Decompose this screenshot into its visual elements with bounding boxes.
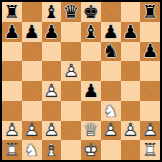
- black-pawn-glyph: ♟: [2, 22, 22, 42]
- white-pawn-outline: ♙: [2, 121, 22, 141]
- square-b4[interactable]: [22, 81, 42, 101]
- piece-black-bishop[interactable]: ♝: [42, 2, 62, 22]
- piece-white-knight[interactable]: ♞♘: [22, 140, 42, 160]
- piece-white-knight[interactable]: ♞♘: [101, 101, 121, 121]
- black-bishop-glyph: ♝: [42, 2, 62, 22]
- piece-black-rook[interactable]: ♜: [140, 2, 160, 22]
- square-b8[interactable]: [22, 2, 42, 22]
- square-h5[interactable]: [140, 61, 160, 81]
- square-e2[interactable]: ♛♕: [81, 121, 101, 141]
- square-h4[interactable]: [140, 81, 160, 101]
- square-e1[interactable]: ♚♔: [81, 140, 101, 160]
- piece-white-pawn[interactable]: ♟♙: [42, 121, 62, 141]
- black-pawn-glyph: ♟: [22, 22, 42, 42]
- square-b1[interactable]: ♞♘: [22, 140, 42, 160]
- square-d5[interactable]: ♟♙: [61, 61, 81, 81]
- square-e4[interactable]: ♟: [81, 81, 101, 101]
- square-e6[interactable]: [81, 42, 101, 62]
- square-b7[interactable]: ♟: [22, 22, 42, 42]
- square-b2[interactable]: ♟♙: [22, 121, 42, 141]
- white-king-outline: ♔: [81, 140, 101, 160]
- square-a2[interactable]: ♟♙: [2, 121, 22, 141]
- piece-white-rook[interactable]: ♜♖: [140, 140, 160, 160]
- square-g6[interactable]: [121, 42, 141, 62]
- square-c6[interactable]: [42, 42, 62, 62]
- black-pawn-glyph: ♟: [101, 22, 121, 42]
- square-f2[interactable]: ♟♙: [101, 121, 121, 141]
- square-f6[interactable]: ♞: [101, 42, 121, 62]
- square-d2[interactable]: [61, 121, 81, 141]
- square-f7[interactable]: ♟: [101, 22, 121, 42]
- piece-white-bishop[interactable]: ♝♗: [42, 140, 62, 160]
- square-g8[interactable]: [121, 2, 141, 22]
- square-e3[interactable]: [81, 101, 101, 121]
- piece-black-pawn[interactable]: ♟: [140, 42, 160, 62]
- piece-black-knight[interactable]: ♞: [101, 42, 121, 62]
- piece-white-pawn[interactable]: ♟♙: [101, 121, 121, 141]
- piece-black-bishop[interactable]: ♝: [81, 22, 101, 42]
- piece-white-pawn[interactable]: ♟♙: [42, 81, 62, 101]
- square-a3[interactable]: [2, 101, 22, 121]
- piece-white-king[interactable]: ♚♔: [81, 140, 101, 160]
- square-f5[interactable]: [101, 61, 121, 81]
- white-knight-outline: ♘: [22, 140, 42, 160]
- black-pawn-glyph: ♟: [81, 81, 101, 101]
- square-f8[interactable]: [101, 2, 121, 22]
- piece-white-rook[interactable]: ♜♖: [2, 140, 22, 160]
- square-c1[interactable]: ♝♗: [42, 140, 62, 160]
- square-g4[interactable]: [121, 81, 141, 101]
- square-b3[interactable]: [22, 101, 42, 121]
- white-pawn-outline: ♙: [61, 61, 81, 81]
- square-h2[interactable]: ♟♙: [140, 121, 160, 141]
- square-b5[interactable]: [22, 61, 42, 81]
- square-d1[interactable]: [61, 140, 81, 160]
- white-pawn-outline: ♙: [101, 121, 121, 141]
- piece-black-pawn[interactable]: ♟: [2, 22, 22, 42]
- square-h8[interactable]: ♜: [140, 2, 160, 22]
- black-rook-glyph: ♜: [140, 2, 160, 22]
- piece-white-pawn[interactable]: ♟♙: [22, 121, 42, 141]
- white-knight-outline: ♘: [101, 101, 121, 121]
- square-a4[interactable]: [2, 81, 22, 101]
- square-g2[interactable]: ♟♙: [121, 121, 141, 141]
- square-d7[interactable]: [61, 22, 81, 42]
- square-h3[interactable]: [140, 101, 160, 121]
- piece-black-pawn[interactable]: ♟: [101, 22, 121, 42]
- black-knight-glyph: ♞: [101, 42, 121, 62]
- square-f1[interactable]: [101, 140, 121, 160]
- black-pawn-glyph: ♟: [42, 22, 62, 42]
- piece-black-king[interactable]: ♚: [81, 2, 101, 22]
- white-rook-outline: ♖: [2, 140, 22, 160]
- square-c5[interactable]: [42, 61, 62, 81]
- square-a1[interactable]: ♜♖: [2, 140, 22, 160]
- square-g7[interactable]: ♟: [121, 22, 141, 42]
- piece-black-queen[interactable]: ♛: [61, 2, 81, 22]
- white-pawn-outline: ♙: [42, 81, 62, 101]
- piece-black-rook[interactable]: ♜: [2, 2, 22, 22]
- square-e8[interactable]: ♚: [81, 2, 101, 22]
- square-c8[interactable]: ♝: [42, 2, 62, 22]
- black-king-glyph: ♚: [81, 2, 101, 22]
- black-pawn-glyph: ♟: [121, 22, 141, 42]
- piece-black-pawn[interactable]: ♟: [81, 81, 101, 101]
- square-e7[interactable]: ♝: [81, 22, 101, 42]
- square-c7[interactable]: ♟: [42, 22, 62, 42]
- piece-white-pawn[interactable]: ♟♙: [140, 121, 160, 141]
- square-h6[interactable]: ♟: [140, 42, 160, 62]
- square-b6[interactable]: [22, 42, 42, 62]
- square-c3[interactable]: [42, 101, 62, 121]
- black-rook-glyph: ♜: [2, 2, 22, 22]
- piece-white-pawn[interactable]: ♟♙: [121, 121, 141, 141]
- square-a7[interactable]: ♟: [2, 22, 22, 42]
- white-pawn-outline: ♙: [22, 121, 42, 141]
- piece-white-pawn[interactable]: ♟♙: [2, 121, 22, 141]
- white-bishop-outline: ♗: [42, 140, 62, 160]
- square-h1[interactable]: ♜♖: [140, 140, 160, 160]
- square-f3[interactable]: ♞♘: [101, 101, 121, 121]
- square-g1[interactable]: [121, 140, 141, 160]
- chess-board: ♜♝♛♚♜♟♟♟♝♟♟♞♟♟♙♟♙♟♞♘♟♙♟♙♟♙♛♕♟♙♟♙♟♙♜♖♞♘♝♗…: [0, 0, 162, 162]
- square-g5[interactable]: [121, 61, 141, 81]
- square-d8[interactable]: ♛: [61, 2, 81, 22]
- piece-black-pawn[interactable]: ♟: [22, 22, 42, 42]
- piece-white-pawn[interactable]: ♟♙: [61, 61, 81, 81]
- square-g3[interactable]: [121, 101, 141, 121]
- black-bishop-glyph: ♝: [81, 22, 101, 42]
- white-rook-outline: ♖: [140, 140, 160, 160]
- square-c2[interactable]: ♟♙: [42, 121, 62, 141]
- piece-black-pawn[interactable]: ♟: [121, 22, 141, 42]
- square-f4[interactable]: [101, 81, 121, 101]
- square-a6[interactable]: [2, 42, 22, 62]
- black-queen-glyph: ♛: [61, 2, 81, 22]
- square-d6[interactable]: [61, 42, 81, 62]
- square-e5[interactable]: [81, 61, 101, 81]
- piece-white-queen[interactable]: ♛♕: [81, 121, 101, 141]
- square-d4[interactable]: [61, 81, 81, 101]
- square-c4[interactable]: ♟♙: [42, 81, 62, 101]
- white-pawn-outline: ♙: [121, 121, 141, 141]
- white-pawn-outline: ♙: [42, 121, 62, 141]
- black-pawn-glyph: ♟: [140, 42, 160, 62]
- piece-black-pawn[interactable]: ♟: [42, 22, 62, 42]
- square-h7[interactable]: [140, 22, 160, 42]
- square-d3[interactable]: [61, 101, 81, 121]
- white-queen-outline: ♕: [81, 121, 101, 141]
- square-a5[interactable]: [2, 61, 22, 81]
- square-a8[interactable]: ♜: [2, 2, 22, 22]
- white-pawn-outline: ♙: [140, 121, 160, 141]
